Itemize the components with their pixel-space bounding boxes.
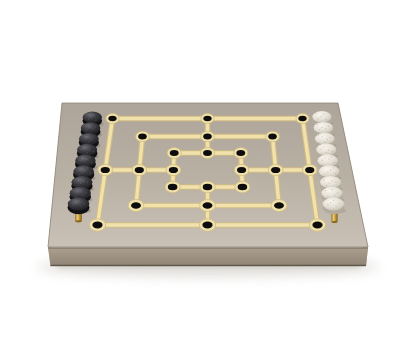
point-hole-f2[interactable] bbox=[274, 202, 284, 209]
piece-speckle bbox=[90, 173, 91, 174]
piece-speckle bbox=[85, 192, 86, 193]
piece-speckle bbox=[335, 181, 336, 182]
piece-speckle bbox=[324, 157, 325, 158]
nine-mens-morris-board-photo bbox=[0, 0, 416, 352]
point-a4[interactable] bbox=[98, 164, 113, 175]
point-a1[interactable] bbox=[89, 219, 105, 231]
piece-speckle bbox=[88, 141, 89, 142]
piece-speckle bbox=[93, 137, 94, 138]
point-g1[interactable] bbox=[309, 219, 325, 231]
piece-speckle bbox=[322, 136, 323, 137]
point-g7[interactable] bbox=[296, 113, 309, 123]
point-hole-g4[interactable] bbox=[305, 167, 314, 173]
point-b6[interactable] bbox=[136, 131, 150, 141]
piece-speckle bbox=[80, 160, 81, 161]
piece-speckle bbox=[330, 169, 331, 170]
piece-speckle bbox=[84, 124, 85, 125]
point-hole-f4[interactable] bbox=[271, 167, 280, 173]
piece-speckle bbox=[89, 150, 90, 151]
piece-speckle bbox=[320, 149, 321, 150]
point-hole-d2[interactable] bbox=[203, 202, 213, 209]
piece-speckle bbox=[80, 183, 81, 184]
piece-speckle bbox=[76, 196, 77, 197]
point-hole-a7[interactable] bbox=[108, 116, 116, 122]
piece-speckle bbox=[73, 190, 74, 191]
piece-speckle bbox=[91, 139, 92, 140]
piece-speckle bbox=[86, 136, 87, 137]
piece-speckle bbox=[84, 147, 85, 148]
piece-speckle bbox=[318, 135, 319, 136]
piece-speckle bbox=[331, 180, 332, 181]
piece-top bbox=[314, 122, 334, 134]
point-e3[interactable] bbox=[235, 181, 250, 193]
point-hole-b6[interactable] bbox=[138, 134, 147, 140]
point-hole-d1[interactable] bbox=[202, 222, 212, 229]
piece-speckle bbox=[329, 182, 330, 183]
piece-speckle bbox=[331, 189, 332, 190]
piece-speckle bbox=[318, 118, 319, 119]
piece-speckle bbox=[328, 150, 329, 151]
piece-speckle bbox=[78, 200, 79, 201]
point-hole-c3[interactable] bbox=[168, 184, 178, 190]
point-hole-e4[interactable] bbox=[237, 167, 246, 173]
piece-speckle bbox=[82, 135, 83, 136]
point-hole-b4[interactable] bbox=[135, 167, 144, 173]
point-hole-g7[interactable] bbox=[298, 116, 306, 122]
piece-speckle bbox=[95, 126, 96, 127]
piece-top bbox=[318, 154, 338, 166]
point-b2[interactable] bbox=[128, 199, 144, 211]
piece-speckle bbox=[330, 202, 331, 203]
piece-speckle bbox=[324, 141, 325, 142]
piece-speckle bbox=[87, 181, 88, 182]
piece-top bbox=[312, 111, 331, 122]
piece-top bbox=[75, 155, 95, 167]
point-f6[interactable] bbox=[266, 131, 280, 141]
point-hole-e5[interactable] bbox=[236, 150, 245, 156]
point-hole-d5[interactable] bbox=[203, 150, 212, 156]
point-g4[interactable] bbox=[302, 164, 317, 175]
point-d1[interactable] bbox=[199, 219, 215, 231]
piece-speckle bbox=[93, 114, 94, 115]
piece-speckle bbox=[72, 204, 73, 205]
piece-speckle bbox=[325, 119, 326, 120]
piece-speckle bbox=[321, 127, 322, 128]
piece-speckle bbox=[326, 185, 327, 186]
piece-speckle bbox=[325, 128, 326, 129]
point-hole-d7[interactable] bbox=[203, 116, 211, 122]
point-d2[interactable] bbox=[200, 199, 216, 211]
point-d6[interactable] bbox=[201, 131, 215, 141]
piece-speckle bbox=[328, 158, 329, 159]
point-hole-c5[interactable] bbox=[170, 150, 179, 156]
piece-speckle bbox=[325, 190, 326, 191]
piece-speckle bbox=[338, 203, 339, 204]
piece-speckle bbox=[326, 152, 327, 153]
piece-speckle bbox=[93, 151, 94, 152]
piece-speckle bbox=[337, 192, 338, 193]
piece-top bbox=[315, 133, 335, 145]
piece-top bbox=[323, 198, 345, 211]
point-f2[interactable] bbox=[271, 199, 287, 211]
piece-speckle bbox=[77, 185, 78, 186]
point-hole-d3[interactable] bbox=[203, 184, 213, 190]
piece-top bbox=[321, 187, 342, 200]
piece-speckle bbox=[328, 126, 329, 127]
piece-speckle bbox=[89, 127, 90, 128]
piece-speckle bbox=[82, 158, 83, 159]
point-hole-d6[interactable] bbox=[203, 134, 212, 140]
piece-speckle bbox=[323, 179, 324, 180]
point-d3[interactable] bbox=[200, 181, 215, 193]
piece-speckle bbox=[322, 160, 323, 161]
piece-speckle bbox=[329, 137, 330, 138]
piece-speckle bbox=[315, 113, 316, 114]
piece-top bbox=[79, 133, 99, 145]
piece-top bbox=[83, 112, 102, 123]
piece-speckle bbox=[332, 151, 333, 152]
point-e5[interactable] bbox=[234, 148, 248, 159]
piece-speckle bbox=[86, 152, 87, 153]
point-hole-g1[interactable] bbox=[312, 222, 322, 229]
piece-speckle bbox=[81, 149, 82, 150]
piece-speckle bbox=[81, 205, 82, 206]
piece-speckle bbox=[84, 169, 85, 170]
piece-speckle bbox=[75, 179, 76, 180]
piece-speckle bbox=[332, 167, 333, 168]
piece-speckle bbox=[331, 156, 332, 157]
piece-top bbox=[73, 165, 94, 177]
piece-speckle bbox=[86, 113, 87, 114]
piece-speckle bbox=[95, 119, 96, 120]
piece-speckle bbox=[327, 139, 328, 140]
piece-speckle bbox=[83, 180, 84, 181]
piece-top bbox=[68, 198, 90, 211]
piece-speckle bbox=[82, 195, 83, 196]
product-photo-stage bbox=[0, 0, 416, 352]
piece-speckle bbox=[89, 156, 90, 157]
piece-top bbox=[77, 144, 97, 156]
board-front-edge bbox=[48, 248, 368, 267]
point-c4[interactable] bbox=[166, 164, 181, 175]
piece-speckle bbox=[91, 162, 92, 163]
point-f4[interactable] bbox=[268, 164, 283, 175]
piece-speckle bbox=[80, 189, 81, 190]
piece-speckle bbox=[327, 204, 328, 205]
piece-top bbox=[70, 187, 91, 200]
point-hole-e3[interactable] bbox=[238, 184, 248, 190]
piece-speckle bbox=[323, 146, 324, 147]
piece-speckle bbox=[322, 114, 323, 115]
piece-speckle bbox=[319, 129, 320, 130]
piece-speckle bbox=[90, 116, 91, 117]
piece-speckle bbox=[336, 205, 337, 206]
piece-speckle bbox=[82, 172, 83, 173]
point-e4[interactable] bbox=[234, 164, 249, 175]
piece-top bbox=[320, 176, 341, 188]
piece-speckle bbox=[75, 202, 76, 203]
point-c5[interactable] bbox=[167, 148, 181, 159]
piece-speckle bbox=[325, 174, 326, 175]
piece-speckle bbox=[88, 118, 89, 119]
piece-speckle bbox=[86, 129, 87, 130]
piece-speckle bbox=[79, 174, 80, 175]
piece-speckle bbox=[327, 196, 328, 197]
point-hole-a4[interactable] bbox=[101, 167, 110, 173]
piece-top bbox=[71, 176, 92, 188]
piece-speckle bbox=[316, 124, 317, 125]
piece-top bbox=[81, 122, 101, 134]
piece-speckle bbox=[86, 159, 87, 160]
point-hole-f6[interactable] bbox=[268, 134, 277, 140]
point-hole-b2[interactable] bbox=[131, 202, 141, 209]
point-d5[interactable] bbox=[200, 148, 214, 159]
point-hole-c4[interactable] bbox=[169, 167, 178, 173]
piece-speckle bbox=[335, 173, 336, 174]
point-c3[interactable] bbox=[165, 181, 180, 193]
point-d7[interactable] bbox=[201, 113, 214, 123]
point-b4[interactable] bbox=[132, 164, 147, 175]
piece-speckle bbox=[334, 162, 335, 163]
point-hole-a1[interactable] bbox=[92, 222, 102, 229]
piece-speckle bbox=[327, 172, 328, 173]
piece-speckle bbox=[320, 116, 321, 117]
piece-speckle bbox=[92, 128, 93, 129]
piece-speckle bbox=[333, 200, 334, 201]
point-a7[interactable] bbox=[106, 113, 119, 123]
piece-speckle bbox=[87, 167, 88, 168]
piece-top bbox=[319, 165, 340, 177]
piece-speckle bbox=[83, 203, 84, 204]
piece-top bbox=[316, 144, 336, 156]
piece-speckle bbox=[334, 195, 335, 196]
